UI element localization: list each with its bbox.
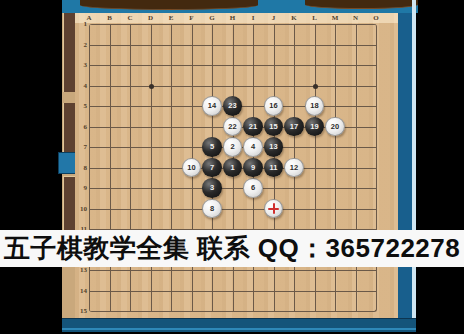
col-label-N: N	[346, 14, 366, 22]
star-point-L4	[313, 84, 318, 89]
row-label-10: 10	[75, 205, 87, 213]
move-number: 22	[228, 123, 236, 131]
col-label-M: M	[325, 14, 345, 22]
move-number: 12	[290, 164, 298, 172]
star-point-D4	[149, 84, 154, 89]
col-label-K: K	[284, 14, 304, 22]
row-label-15: 15	[75, 307, 87, 315]
move-number: 15	[269, 123, 277, 131]
window-bottom-border	[62, 318, 416, 332]
col-label-C: C	[120, 14, 140, 22]
move-number: 20	[331, 123, 339, 131]
move-number: 4	[251, 143, 255, 151]
row-label-7: 7	[75, 143, 87, 151]
move-number: 16	[269, 102, 277, 110]
col-label-H: H	[223, 14, 243, 22]
col-label-B: B	[100, 14, 120, 22]
panel-wood-block	[63, 103, 75, 152]
move-number: 21	[249, 123, 257, 131]
stone-18-white: 18	[305, 96, 325, 116]
col-label-I: I	[243, 14, 263, 22]
window-edge-highlight	[412, 0, 416, 318]
col-label-L: L	[305, 14, 325, 22]
col-label-G: G	[202, 14, 222, 22]
move-number: 19	[310, 123, 318, 131]
window-right-border	[398, 13, 412, 318]
col-label-J: J	[264, 14, 284, 22]
row-label-2: 2	[75, 41, 87, 49]
gomoku-app-window: ABCDEFGHIJKLMNO123456789101112131415 123…	[0, 0, 464, 334]
panel-wood-block	[63, 13, 75, 92]
col-label-O: O	[366, 14, 386, 22]
wood-table-edge-decoration	[305, 0, 418, 9]
move-number: 23	[228, 102, 236, 110]
move-number: 5	[210, 143, 214, 151]
row-label-13: 13	[75, 266, 87, 274]
move-number: 9	[251, 164, 255, 172]
move-number: 7	[210, 164, 214, 172]
row-label-4: 4	[75, 82, 87, 90]
contact-banner: 五子棋教学全集 联系 QQ：365722278	[0, 230, 464, 267]
red-cross-icon	[268, 203, 279, 214]
stone-3-black: 3	[202, 178, 222, 198]
row-label-14: 14	[75, 287, 87, 295]
stone-2-white: 2	[223, 137, 243, 157]
move-number: 1	[230, 164, 234, 172]
stone-4-white: 4	[243, 137, 263, 157]
stone-20-white: 20	[325, 117, 345, 137]
move-number: 18	[310, 102, 318, 110]
bottom-border-highlight	[62, 328, 416, 330]
move-number: 13	[269, 143, 277, 151]
stone-14-white: 14	[202, 96, 222, 116]
stone-8-white: 8	[202, 199, 222, 219]
goban-board[interactable]: ABCDEFGHIJKLMNO123456789101112131415 123…	[75, 13, 398, 318]
row-label-9: 9	[75, 184, 87, 192]
move-number: 6	[251, 184, 255, 192]
row-label-8: 8	[75, 164, 87, 172]
stone-7-black: 7	[202, 158, 222, 178]
move-number: 11	[270, 164, 278, 172]
move-number: 3	[210, 184, 214, 192]
banner-text: 五子棋教学全集 联系 QQ：365722278	[4, 231, 461, 266]
stone-12-white: 12	[284, 158, 304, 178]
row-label-1: 1	[75, 20, 87, 28]
col-label-F: F	[182, 14, 202, 22]
row-label-5: 5	[75, 102, 87, 110]
stone-21-black: 21	[243, 117, 263, 137]
left-side-panel-edge	[62, 13, 75, 318]
wood-table-edge-decoration	[80, 0, 258, 10]
panel-wood-block	[63, 176, 75, 232]
col-label-E: E	[161, 14, 181, 22]
move-number: 14	[208, 102, 216, 110]
stone-23-black: 23	[223, 96, 243, 116]
stone-9-black: 9	[243, 158, 263, 178]
move-number: 2	[230, 143, 234, 151]
window-top-decoration	[62, 0, 418, 13]
move-number: 17	[290, 123, 298, 131]
stone-13-black: 13	[264, 137, 284, 157]
row-label-3: 3	[75, 61, 87, 69]
move-number: 8	[210, 205, 214, 213]
stone-6-white: 6	[243, 178, 263, 198]
col-label-D: D	[141, 14, 161, 22]
stone-5-black: 5	[202, 137, 222, 157]
row-label-6: 6	[75, 123, 87, 131]
stone-17-black: 17	[284, 117, 304, 137]
stone-16-white: 16	[264, 96, 284, 116]
move-number: 10	[187, 164, 195, 172]
